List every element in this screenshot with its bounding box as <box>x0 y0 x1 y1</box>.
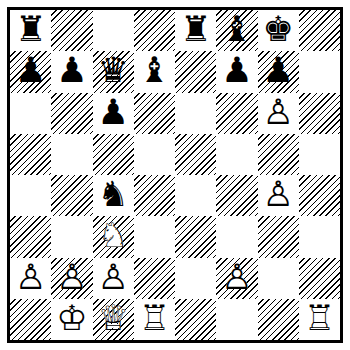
black-piece-glyph: ♟ <box>93 93 134 133</box>
white-pawn[interactable]: ♟♙ <box>258 93 299 134</box>
square-e1[interactable] <box>175 299 216 340</box>
black-piece-glyph: ♚ <box>258 10 299 50</box>
square-g4[interactable]: ♟♙ <box>258 175 299 216</box>
white-rook[interactable]: ♜♖ <box>299 299 340 340</box>
square-d7[interactable]: ♝ <box>134 51 175 92</box>
square-h6[interactable] <box>299 93 340 134</box>
square-b8[interactable] <box>51 10 92 51</box>
square-c8[interactable] <box>93 10 134 51</box>
black-pawn[interactable]: ♟ <box>51 51 92 92</box>
white-piece-outline: ♙ <box>258 93 299 133</box>
square-a5[interactable] <box>10 134 51 175</box>
black-rook[interactable]: ♜ <box>175 10 216 51</box>
black-piece-glyph: ♟ <box>216 51 257 91</box>
square-h5[interactable] <box>299 134 340 175</box>
square-d6[interactable] <box>134 93 175 134</box>
square-g7[interactable]: ♟ <box>258 51 299 92</box>
white-piece-outline: ♙ <box>216 258 257 298</box>
square-h3[interactable] <box>299 216 340 257</box>
black-rook[interactable]: ♜ <box>10 10 51 51</box>
white-piece-outline: ♔ <box>51 299 92 339</box>
square-b6[interactable] <box>51 93 92 134</box>
white-piece-outline: ♘ <box>93 216 134 256</box>
black-bishop[interactable]: ♝ <box>216 10 257 51</box>
black-queen[interactable]: ♛ <box>93 51 134 92</box>
white-piece-outline: ♙ <box>93 258 134 298</box>
square-f7[interactable]: ♟ <box>216 51 257 92</box>
white-piece-outline: ♖ <box>299 299 340 339</box>
white-piece-outline: ♙ <box>10 258 51 298</box>
black-piece-glyph: ♞ <box>93 175 134 215</box>
square-c3[interactable]: ♞♘ <box>93 216 134 257</box>
square-c4[interactable]: ♞ <box>93 175 134 216</box>
white-piece-outline: ♖ <box>134 299 175 339</box>
black-piece-glyph: ♜ <box>175 10 216 50</box>
square-d3[interactable] <box>134 216 175 257</box>
black-pawn[interactable]: ♟ <box>258 51 299 92</box>
white-pawn[interactable]: ♟♙ <box>258 175 299 216</box>
black-bishop[interactable]: ♝ <box>134 51 175 92</box>
square-b3[interactable] <box>51 216 92 257</box>
square-e6[interactable] <box>175 93 216 134</box>
black-piece-glyph: ♝ <box>134 51 175 91</box>
black-king[interactable]: ♚ <box>258 10 299 51</box>
white-pawn[interactable]: ♟♙ <box>10 258 51 299</box>
square-f5[interactable] <box>216 134 257 175</box>
white-king[interactable]: ♚♔ <box>51 299 92 340</box>
square-g1[interactable] <box>258 299 299 340</box>
square-f6[interactable] <box>216 93 257 134</box>
square-d5[interactable] <box>134 134 175 175</box>
black-pawn[interactable]: ♟ <box>10 51 51 92</box>
square-a1[interactable] <box>10 299 51 340</box>
white-rook[interactable]: ♜♖ <box>134 299 175 340</box>
square-f3[interactable] <box>216 216 257 257</box>
square-b2[interactable]: ♟♙ <box>51 258 92 299</box>
square-d4[interactable] <box>134 175 175 216</box>
square-g6[interactable]: ♟♙ <box>258 93 299 134</box>
square-f1[interactable] <box>216 299 257 340</box>
square-g5[interactable] <box>258 134 299 175</box>
black-pawn[interactable]: ♟ <box>216 51 257 92</box>
black-piece-glyph: ♟ <box>258 51 299 91</box>
square-h2[interactable] <box>299 258 340 299</box>
square-a4[interactable] <box>10 175 51 216</box>
square-h1[interactable]: ♜♖ <box>299 299 340 340</box>
square-c5[interactable] <box>93 134 134 175</box>
square-g3[interactable] <box>258 216 299 257</box>
square-e7[interactable] <box>175 51 216 92</box>
square-b1[interactable]: ♚♔ <box>51 299 92 340</box>
square-e2[interactable] <box>175 258 216 299</box>
chess-board: ♜♜♝♚♟♟♛♝♟♟♟♟♙♞♟♙♞♘♟♙♟♙♟♙♟♙♚♔♛♕♜♖♜♖ <box>7 7 343 343</box>
white-piece-outline: ♕ <box>93 299 134 339</box>
square-c6[interactable]: ♟ <box>93 93 134 134</box>
white-piece-outline: ♙ <box>51 258 92 298</box>
square-e3[interactable] <box>175 216 216 257</box>
white-queen[interactable]: ♛♕ <box>93 299 134 340</box>
square-g8[interactable]: ♚ <box>258 10 299 51</box>
square-h7[interactable] <box>299 51 340 92</box>
black-piece-glyph: ♟ <box>51 51 92 91</box>
square-c7[interactable]: ♛ <box>93 51 134 92</box>
black-piece-glyph: ♟ <box>10 51 51 91</box>
square-h4[interactable] <box>299 175 340 216</box>
square-d1[interactable]: ♜♖ <box>134 299 175 340</box>
square-d2[interactable] <box>134 258 175 299</box>
square-a8[interactable]: ♜ <box>10 10 51 51</box>
square-c1[interactable]: ♛♕ <box>93 299 134 340</box>
white-pawn[interactable]: ♟♙ <box>93 258 134 299</box>
square-e8[interactable]: ♜ <box>175 10 216 51</box>
square-b5[interactable] <box>51 134 92 175</box>
square-f4[interactable] <box>216 175 257 216</box>
square-f2[interactable]: ♟♙ <box>216 258 257 299</box>
black-piece-glyph: ♜ <box>10 10 51 50</box>
square-a2[interactable]: ♟♙ <box>10 258 51 299</box>
square-a6[interactable] <box>10 93 51 134</box>
white-pawn[interactable]: ♟♙ <box>51 258 92 299</box>
square-f8[interactable]: ♝ <box>216 10 257 51</box>
white-pawn[interactable]: ♟♙ <box>216 258 257 299</box>
square-b4[interactable] <box>51 175 92 216</box>
black-knight[interactable]: ♞ <box>93 175 134 216</box>
square-h8[interactable] <box>299 10 340 51</box>
black-piece-glyph: ♛ <box>93 51 134 91</box>
square-e4[interactable] <box>175 175 216 216</box>
square-d8[interactable] <box>134 10 175 51</box>
black-pawn[interactable]: ♟ <box>93 93 134 134</box>
black-piece-glyph: ♝ <box>216 10 257 50</box>
square-a7[interactable]: ♟ <box>10 51 51 92</box>
square-a3[interactable] <box>10 216 51 257</box>
chess-diagram: ♜♜♝♚♟♟♛♝♟♟♟♟♙♞♟♙♞♘♟♙♟♙♟♙♟♙♚♔♛♕♜♖♜♖ <box>0 0 350 350</box>
square-c2[interactable]: ♟♙ <box>93 258 134 299</box>
square-g2[interactable] <box>258 258 299 299</box>
white-piece-outline: ♙ <box>258 175 299 215</box>
square-b7[interactable]: ♟ <box>51 51 92 92</box>
square-e5[interactable] <box>175 134 216 175</box>
white-knight[interactable]: ♞♘ <box>93 216 134 257</box>
